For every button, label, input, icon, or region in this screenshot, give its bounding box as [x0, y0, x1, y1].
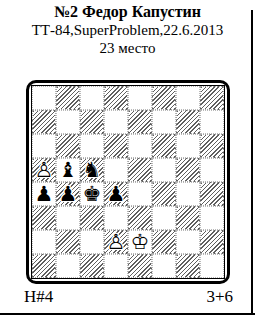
- square-f7: [152, 110, 176, 134]
- square-b8: [56, 86, 80, 110]
- square-e2: ♚♔: [128, 230, 152, 254]
- square-g1: [176, 254, 200, 278]
- square-e7: [128, 110, 152, 134]
- black-bishop-icon: ♝: [59, 160, 78, 181]
- square-d5: [104, 158, 128, 182]
- square-c5: ♞♞: [80, 158, 104, 182]
- square-d2: ♟♙: [104, 230, 128, 254]
- problem-tourney: ТТ-84,SuperProblem,22.6.2013: [0, 21, 255, 39]
- square-a8: [32, 86, 56, 110]
- square-e8: [128, 86, 152, 110]
- square-c1: [80, 254, 104, 278]
- square-d3: [104, 206, 128, 230]
- problem-header: №2 Федор Капустин ТТ-84,SuperProblem,22.…: [0, 0, 255, 57]
- square-f5: [152, 158, 176, 182]
- chess-board-grid: ♟♙♝♝♞♞♟♟♟♟♚♚♟♟♟♙♚♔: [31, 85, 225, 279]
- white-pawn-icon: ♙: [107, 232, 126, 253]
- black-pawn-a4: ♟♟: [33, 183, 55, 205]
- square-g5: [176, 158, 200, 182]
- page-right-rule: [251, 10, 253, 315]
- square-f6: [152, 134, 176, 158]
- stipulation-label: H#4: [24, 287, 53, 307]
- square-h2: [200, 230, 224, 254]
- square-h3: [200, 206, 224, 230]
- black-king-icon: ♚: [83, 184, 102, 205]
- white-pawn-d2: ♟♙: [105, 231, 127, 253]
- square-b1: [56, 254, 80, 278]
- square-h1: [200, 254, 224, 278]
- square-a7: [32, 110, 56, 134]
- square-a6: [32, 134, 56, 158]
- square-d7: [104, 110, 128, 134]
- square-e5: [128, 158, 152, 182]
- chess-problem-page: №2 Федор Капустин ТТ-84,SuperProblem,22.…: [0, 0, 255, 315]
- square-b7: [56, 110, 80, 134]
- square-d6: [104, 134, 128, 158]
- square-c6: [80, 134, 104, 158]
- square-g2: [176, 230, 200, 254]
- square-c7: [80, 110, 104, 134]
- square-b6: [56, 134, 80, 158]
- square-g4: [176, 182, 200, 206]
- problem-title: №2 Федор Капустин: [0, 2, 255, 21]
- square-a4: ♟♟: [32, 182, 56, 206]
- square-f2: [152, 230, 176, 254]
- square-e4: [128, 182, 152, 206]
- black-knight-icon: ♞: [83, 160, 102, 181]
- square-a2: [32, 230, 56, 254]
- white-king-icon: ♔: [131, 232, 150, 253]
- white-pawn-a5: ♟♙: [33, 159, 55, 181]
- square-e6: [128, 134, 152, 158]
- square-f8: [152, 86, 176, 110]
- square-f4: [152, 182, 176, 206]
- square-g8: [176, 86, 200, 110]
- square-c2: [80, 230, 104, 254]
- square-g3: [176, 206, 200, 230]
- square-h7: [200, 110, 224, 134]
- black-pawn-icon: ♟: [107, 184, 126, 205]
- square-a5: ♟♙: [32, 158, 56, 182]
- square-h4: [200, 182, 224, 206]
- square-h8: [200, 86, 224, 110]
- white-pawn-icon: ♙: [35, 160, 54, 181]
- chess-board: ♟♙♝♝♞♞♟♟♟♟♚♚♟♟♟♙♚♔: [26, 80, 230, 284]
- square-e1: [128, 254, 152, 278]
- square-h5: [200, 158, 224, 182]
- square-g7: [176, 110, 200, 134]
- black-pawn-d4: ♟♟: [105, 183, 127, 205]
- square-a1: [32, 254, 56, 278]
- square-b2: [56, 230, 80, 254]
- black-knight-c5: ♞♞: [81, 159, 103, 181]
- square-f3: [152, 206, 176, 230]
- square-b5: ♝♝: [56, 158, 80, 182]
- square-e3: [128, 206, 152, 230]
- square-f1: [152, 254, 176, 278]
- material-count: 3+6: [206, 287, 233, 307]
- square-h6: [200, 134, 224, 158]
- square-d1: [104, 254, 128, 278]
- square-d8: [104, 86, 128, 110]
- black-pawn-b4: ♟♟: [57, 183, 79, 205]
- black-bishop-b5: ♝♝: [57, 159, 79, 181]
- white-king-e2: ♚♔: [129, 231, 151, 253]
- square-g6: [176, 134, 200, 158]
- square-c4: ♚♚: [80, 182, 104, 206]
- square-c8: [80, 86, 104, 110]
- square-b4: ♟♟: [56, 182, 80, 206]
- black-pawn-icon: ♟: [59, 184, 78, 205]
- problem-footer: H#4 3+6: [24, 287, 233, 307]
- square-b3: [56, 206, 80, 230]
- problem-place: 23 место: [0, 39, 255, 57]
- square-a3: [32, 206, 56, 230]
- black-pawn-icon: ♟: [35, 184, 54, 205]
- square-d4: ♟♟: [104, 182, 128, 206]
- black-king-c4: ♚♚: [81, 183, 103, 205]
- square-c3: [80, 206, 104, 230]
